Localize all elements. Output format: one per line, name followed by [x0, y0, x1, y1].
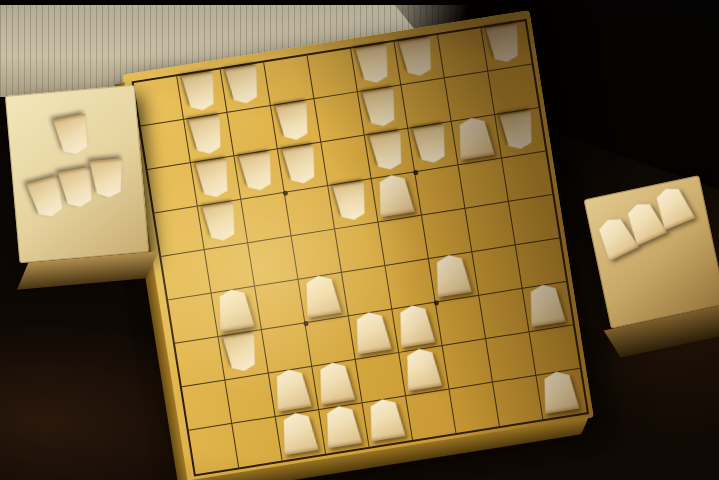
kanji-gin: [360, 49, 387, 76]
shogi-piece-fu[interactable]: [222, 332, 260, 374]
shogi-piece-gin[interactable]: [361, 87, 399, 129]
komadai-left-gote: [5, 85, 149, 264]
kanji-kaku: [374, 136, 401, 163]
shogi-piece-fu[interactable]: [525, 282, 567, 327]
kanji-fu: [417, 129, 444, 156]
kanji-fu: [243, 157, 270, 184]
kanji-kyo: [58, 119, 87, 148]
shogi-piece-kin[interactable]: [275, 101, 313, 143]
kanji-fu: [287, 150, 314, 177]
kanji-kin: [371, 406, 401, 436]
kanji-kei: [207, 207, 234, 234]
shogi-piece-gin[interactable]: [188, 115, 226, 157]
shogi-piece-fu[interactable]: [194, 158, 232, 200]
kanji-fu: [94, 163, 121, 190]
shogi-piece-ou[interactable]: [181, 71, 219, 113]
shogi-piece-fu[interactable]: [300, 273, 342, 318]
shogi-piece-kyo[interactable]: [538, 369, 580, 414]
shogi-piece-gin[interactable]: [355, 44, 393, 86]
kanji-hi: [460, 125, 490, 155]
kanji-kyo: [490, 28, 517, 55]
photo-scene: [0, 0, 719, 480]
shogi-piece-kei[interactable]: [398, 37, 436, 79]
shogi-piece-kin[interactable]: [314, 360, 356, 405]
kanji-kaku: [401, 312, 431, 342]
shogi-piece-kin[interactable]: [224, 64, 262, 106]
shogi-piece-fu[interactable]: [238, 151, 276, 193]
shogi-piece-fu[interactable]: [332, 181, 370, 223]
kanji-gin: [193, 120, 220, 147]
komadai-right-sente: [584, 175, 719, 329]
kanji-kei: [380, 182, 410, 212]
shogi-piece-fu[interactable]: [351, 310, 393, 355]
kanji-kin: [321, 370, 351, 400]
kanji-gin: [367, 92, 394, 119]
shogi-piece-kei[interactable]: [201, 202, 239, 244]
shogi-piece-fu[interactable]: [281, 144, 319, 186]
shogi-piece-kei[interactable]: [321, 403, 363, 448]
kanji-fu: [307, 283, 337, 313]
shogi-piece-kaku[interactable]: [394, 303, 436, 348]
shogi-piece-kyo[interactable]: [485, 23, 523, 65]
shogi-piece-gin[interactable]: [401, 346, 443, 391]
shogi-piece-fu[interactable]: [431, 252, 473, 297]
shogi-piece-kyo[interactable]: [213, 287, 255, 332]
kanji-kin: [229, 70, 256, 97]
kanji-kyo: [545, 379, 575, 409]
kanji-fu: [531, 292, 561, 322]
shogi-piece-gin[interactable]: [271, 367, 313, 412]
shogi-board: [122, 10, 593, 480]
kanji-fu: [63, 172, 92, 201]
shogi-piece-hi[interactable]: [454, 115, 496, 160]
shogi-piece-fu[interactable]: [412, 124, 450, 166]
kanji-kei: [403, 42, 430, 69]
shogi-piece-kei[interactable]: [374, 172, 416, 217]
shogi-piece-fu[interactable]: [499, 110, 537, 152]
kanji-fu: [504, 115, 531, 142]
kanji-gin: [277, 376, 307, 406]
shogi-piece-ou[interactable]: [278, 410, 320, 455]
kanji-ou: [284, 420, 314, 450]
shogi-piece-kin[interactable]: [365, 396, 407, 441]
kanji-fu: [437, 262, 467, 292]
kanji-kei: [327, 413, 357, 443]
pieces-layer: [131, 19, 584, 472]
kanji-fu: [357, 319, 387, 349]
shogi-piece-fu[interactable]: [89, 158, 126, 199]
kanji-fu: [337, 186, 364, 213]
shogi-piece-kaku[interactable]: [368, 131, 406, 173]
kanji-fu: [200, 163, 227, 190]
kanji-ou: [186, 77, 213, 104]
kanji-kyo: [220, 296, 250, 326]
shogi-piece-kyo[interactable]: [52, 114, 93, 158]
kanji-kin: [280, 106, 307, 133]
kanji-fu: [227, 337, 254, 364]
kanji-gin: [407, 356, 437, 386]
